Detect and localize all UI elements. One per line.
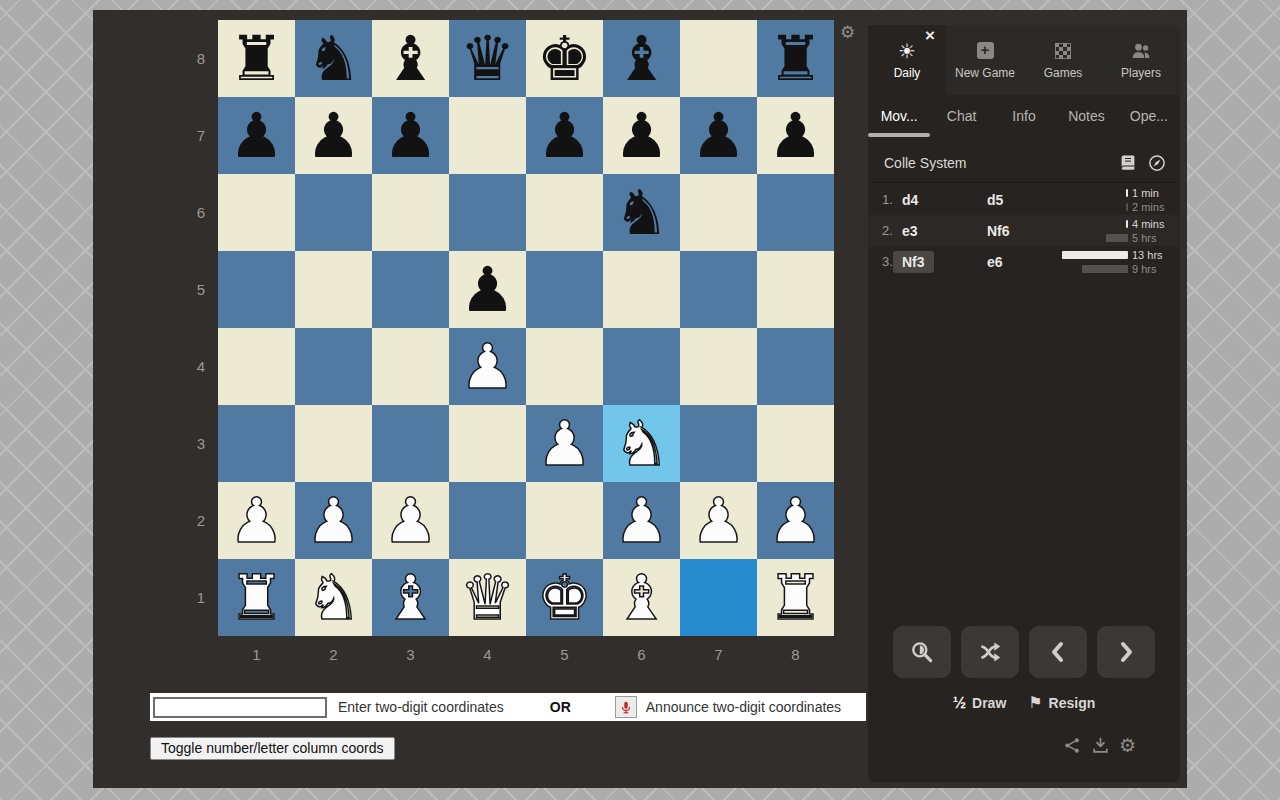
file-label-4: 4 [449,641,526,669]
square-d1[interactable]: ♛ [449,559,526,636]
opening-row: Colle System [868,143,1180,183]
square-g4[interactable] [680,328,757,405]
square-a4[interactable] [218,328,295,405]
rank-label-7: 7 [190,97,212,174]
square-c6[interactable] [372,174,449,251]
square-a5[interactable] [218,251,295,328]
piece-black-knight-b8[interactable]: ♞ [306,20,362,97]
file-label-1: 1 [218,641,295,669]
piece-white-knight-f3[interactable]: ♞ [614,405,670,482]
square-d7[interactable] [449,97,526,174]
download-icon[interactable] [1091,736,1110,755]
piece-black-pawn-h7[interactable]: ♟ [768,97,824,174]
piece-black-pawn-e7[interactable]: ♟ [537,97,593,174]
move-times: 4 mins 5 hrs [1106,218,1180,243]
square-g3[interactable] [680,405,757,482]
square-f7[interactable]: ♟ [603,97,680,174]
file-label-8: 8 [757,641,834,669]
square-f1[interactable]: ♝ [603,559,680,636]
square-d5[interactable]: ♟ [449,251,526,328]
move-number: 2. [868,223,902,238]
square-d2[interactable] [449,482,526,559]
half-point-icon: ½ [953,694,966,712]
chevron-right-icon [1114,640,1138,664]
square-c7[interactable]: ♟ [372,97,449,174]
active-subtab-indicator [868,133,930,137]
tab-daily-label: Daily [894,66,921,80]
opening-name-link[interactable]: Colle System [884,155,966,171]
piece-black-pawn-a7[interactable]: ♟ [229,97,285,174]
square-c3[interactable] [372,405,449,482]
subtab-bar: Mov... Chat Info Notes Ope... [868,95,1180,137]
file-labels: 12345678 [218,641,834,669]
square-d6[interactable] [449,174,526,251]
settings-gear-icon[interactable]: ⚙ [1119,736,1136,755]
square-f3[interactable]: ♞ [603,405,680,482]
square-g5[interactable] [680,251,757,328]
piece-white-pawn-g2[interactable]: ♟ [691,482,747,559]
piece-white-knight-b1[interactable]: ♞ [306,559,362,636]
square-g2[interactable]: ♟ [680,482,757,559]
piece-black-knight-f6[interactable]: ♞ [614,174,670,251]
piece-black-pawn-c7[interactable]: ♟ [383,97,439,174]
white-time-bar [1126,220,1128,228]
alternate-moves-button[interactable] [961,626,1019,678]
rank-label-8: 8 [190,20,212,97]
square-f2[interactable]: ♟ [603,482,680,559]
file-label-5: 5 [526,641,603,669]
square-g6[interactable] [680,174,757,251]
square-c8[interactable]: ♝ [372,20,449,97]
square-c4[interactable] [372,328,449,405]
shuffle-moves-icon [977,639,1003,665]
square-d8[interactable]: ♛ [449,20,526,97]
checkerboard-icon [1055,43,1071,59]
piece-white-pawn-f2[interactable]: ♟ [614,482,670,559]
move-row-3: 3. Nf3 e6 13 hrs 9 hrs [868,246,1180,277]
piece-black-queen-d8[interactable]: ♛ [460,20,516,97]
announce-coordinates-label: Announce two-digit coordinates [646,699,841,715]
sun-icon: ☀ [898,41,916,61]
close-icon[interactable]: × [925,26,935,46]
square-a6[interactable] [218,174,295,251]
square-b3[interactable] [295,405,372,482]
piece-white-pawn-d4[interactable]: ♟ [460,328,516,405]
square-e4[interactable] [526,328,603,405]
resign-label: Resign [1049,695,1096,711]
sidebar-panel: ☀ Daily × + New Game Games [868,25,1180,782]
subtab-notes[interactable]: Notes [1055,108,1117,124]
subtab-openings[interactable]: Ope... [1118,108,1180,124]
black-time: 9 hrs [1132,263,1168,275]
resign-flag-icon: ⚑ [1028,693,1042,712]
square-d4[interactable]: ♟ [449,328,526,405]
piece-black-rook-a8[interactable]: ♜ [229,20,285,97]
white-time-bar [1126,189,1128,197]
square-b8[interactable]: ♞ [295,20,372,97]
piece-white-pawn-c2[interactable]: ♟ [383,482,439,559]
square-e7[interactable]: ♟ [526,97,603,174]
piece-white-bishop-f1[interactable]: ♝ [614,559,670,636]
move-number: 1. [868,192,902,207]
square-e2[interactable] [526,482,603,559]
rank-label-2: 2 [190,482,212,559]
chess-board: ♜♞♝♛♚♝♜♟♟♟♟♟♟♟♞♟♟♟♞♟♟♟♟♟♟♜♞♝♛♚♝♜ [218,20,834,636]
square-e5[interactable] [526,251,603,328]
piece-black-rook-h8[interactable]: ♜ [768,20,824,97]
square-h8[interactable]: ♜ [757,20,834,97]
players-icon [1131,42,1151,59]
piece-black-pawn-g7[interactable]: ♟ [691,97,747,174]
move-row-1: 1. d4 d5 1 min 2 mins [868,184,1180,215]
piece-black-pawn-f7[interactable]: ♟ [614,97,670,174]
share-icon[interactable] [1063,736,1082,755]
tab-players[interactable]: Players [1102,25,1180,95]
square-h1[interactable]: ♜ [757,559,834,636]
rank-label-6: 6 [190,174,212,251]
square-e6[interactable] [526,174,603,251]
square-c2[interactable]: ♟ [372,482,449,559]
compass-icon[interactable] [1148,154,1166,172]
tab-new-game-label: New Game [955,66,1015,80]
square-b4[interactable] [295,328,372,405]
piece-white-king-e1[interactable]: ♚ [537,559,593,636]
piece-white-queen-d1[interactable]: ♛ [460,559,516,636]
move-white-Nf3-selected[interactable]: Nf3 [893,251,934,273]
white-time: 13 hrs [1132,249,1168,261]
rank-label-3: 3 [190,405,212,482]
square-h5[interactable] [757,251,834,328]
square-a1[interactable]: ♜ [218,559,295,636]
white-time-bar [1062,251,1128,259]
white-time: 4 mins [1132,218,1168,230]
square-e8[interactable]: ♚ [526,20,603,97]
piece-white-rook-a1[interactable]: ♜ [229,559,285,636]
file-label-7: 7 [680,641,757,669]
page-background: { "game": "chess", "position": { "fen": … [0,0,1280,800]
square-g1[interactable] [680,559,757,636]
square-g8[interactable] [680,20,757,97]
tab-strip: ☀ Daily × + New Game Games [868,25,1180,95]
previous-move-button[interactable] [1029,626,1087,678]
square-b6[interactable] [295,174,372,251]
square-c5[interactable] [372,251,449,328]
file-label-3: 3 [372,641,449,669]
book-icon[interactable] [1119,154,1137,172]
draw-label: Draw [972,695,1006,711]
tab-players-label: Players [1121,66,1161,80]
resign-button[interactable]: ⚑ Resign [1028,693,1095,712]
square-h3[interactable] [757,405,834,482]
enter-coordinates-label: Enter two-digit coordinates [338,699,504,715]
move-white-e3[interactable]: e3 [902,223,987,239]
tab-games-label: Games [1044,66,1083,80]
tab-games[interactable]: Games [1024,25,1102,95]
tab-new-game[interactable]: + New Game [946,25,1024,95]
analysis-magnifier-icon [909,639,935,665]
piece-black-pawn-b7[interactable]: ♟ [306,97,362,174]
square-a2[interactable]: ♟ [218,482,295,559]
square-a3[interactable] [218,405,295,482]
piece-white-pawn-b2[interactable]: ♟ [306,482,362,559]
action-row: ½ Draw ⚑ Resign [868,693,1180,712]
move-times: 1 min 2 mins [1126,187,1180,212]
microphone-icon [619,700,633,715]
nav-button-row [893,626,1155,678]
piece-black-pawn-d5[interactable]: ♟ [460,251,516,328]
piece-white-rook-h1[interactable]: ♜ [768,559,824,636]
square-b7[interactable]: ♟ [295,97,372,174]
square-b5[interactable] [295,251,372,328]
next-move-button[interactable] [1097,626,1155,678]
square-e1[interactable]: ♚ [526,559,603,636]
square-h4[interactable] [757,328,834,405]
square-h6[interactable] [757,174,834,251]
move-black-e6[interactable]: e6 [987,254,1042,270]
piece-white-pawn-a2[interactable]: ♟ [229,482,285,559]
or-label: OR [550,699,571,715]
board-settings-gear-icon[interactable]: ⚙ [840,24,855,41]
tab-daily[interactable]: ☀ Daily × [868,25,946,95]
file-label-6: 6 [603,641,680,669]
file-label-2: 2 [295,641,372,669]
square-h7[interactable]: ♟ [757,97,834,174]
square-h2[interactable]: ♟ [757,482,834,559]
black-time: 2 mins [1132,201,1168,213]
subtab-chat[interactable]: Chat [930,108,992,124]
piece-black-king-e8[interactable]: ♚ [537,20,593,97]
piece-white-bishop-c1[interactable]: ♝ [383,559,439,636]
coordinate-bar: Enter two-digit coordinates OR Announce … [150,693,866,721]
rank-label-5: 5 [190,251,212,328]
move-list: 1. d4 d5 1 min 2 mins 2. e3 Nf6 4 mins 5… [868,184,1180,277]
square-f8[interactable]: ♝ [603,20,680,97]
square-a7[interactable]: ♟ [218,97,295,174]
subtab-info[interactable]: Info [993,108,1055,124]
square-f4[interactable] [603,328,680,405]
rank-label-4: 4 [190,328,212,405]
chevron-left-icon [1046,640,1070,664]
rank-labels: 87654321 [190,20,212,636]
square-f5[interactable] [603,251,680,328]
move-times: 13 hrs 9 hrs [1062,249,1180,274]
coordinate-input[interactable] [153,697,327,718]
square-a8[interactable]: ♜ [218,20,295,97]
rank-label-1: 1 [190,559,212,636]
black-time-bar [1106,234,1128,242]
microphone-button[interactable] [615,696,637,718]
piece-black-bishop-c8[interactable]: ♝ [383,20,439,97]
square-e3[interactable]: ♟ [526,405,603,482]
black-time-bar [1126,203,1128,211]
move-black-Nf6[interactable]: Nf6 [987,223,1042,239]
square-f6[interactable]: ♞ [603,174,680,251]
plus-square-icon: + [977,42,994,59]
square-d3[interactable] [449,405,526,482]
move-black-d5[interactable]: d5 [987,192,1042,208]
analysis-button[interactable] [893,626,951,678]
footer-icon-row: ⚙ [1063,736,1136,755]
move-row-2: 2. e3 Nf6 4 mins 5 hrs [868,215,1180,246]
square-b2[interactable]: ♟ [295,482,372,559]
subtab-moves[interactable]: Mov... [868,108,930,124]
black-time-bar [1082,265,1128,273]
toggle-coords-button[interactable]: Toggle number/letter column coords [150,737,395,760]
piece-white-pawn-e3[interactable]: ♟ [537,405,593,482]
square-c1[interactable]: ♝ [372,559,449,636]
square-b1[interactable]: ♞ [295,559,372,636]
move-white-d4[interactable]: d4 [902,192,987,208]
piece-white-pawn-h2[interactable]: ♟ [768,482,824,559]
black-time: 5 hrs [1132,232,1168,244]
white-time: 1 min [1132,187,1168,199]
square-g7[interactable]: ♟ [680,97,757,174]
piece-black-bishop-f8[interactable]: ♝ [614,20,670,97]
draw-button[interactable]: ½ Draw [953,694,1007,712]
